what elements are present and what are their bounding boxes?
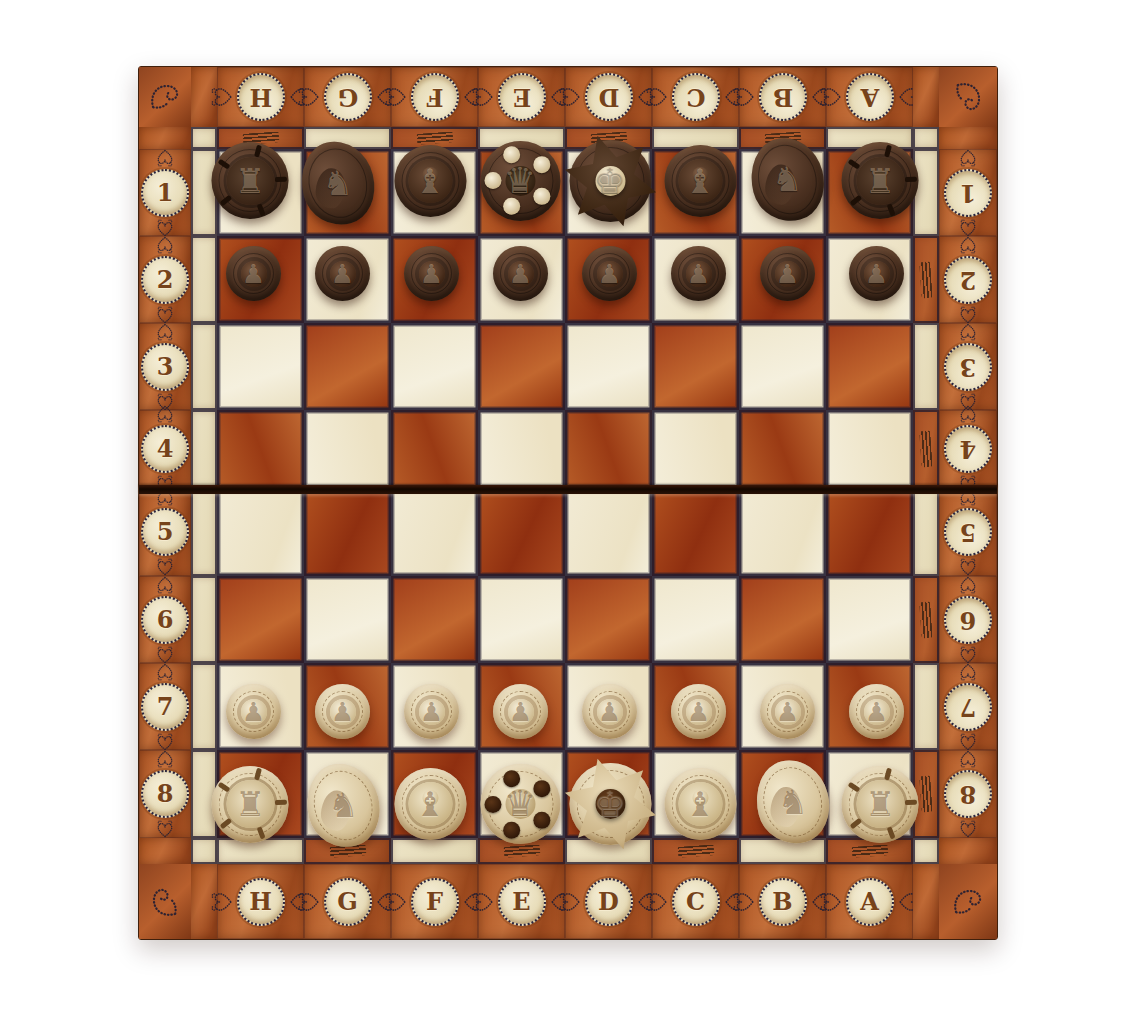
square-d7[interactable]: ♟ [565,663,652,750]
band-cell [191,127,217,149]
file-label-top-c-text: C [686,85,705,109]
square-d1[interactable]: ♚ [565,149,652,236]
file-label-cell-bottom-b: B [739,864,826,939]
piece-light-pawn-d7[interactable]: ♟ [582,684,637,739]
queen-crown-bead [533,780,550,797]
piece-light-pawn-h7[interactable]: ♟ [226,684,281,739]
piece-light-pawn-c7[interactable]: ♟ [671,684,726,739]
pawn-top [330,261,356,287]
file-label-bottom-c: C [672,878,720,926]
square-h3[interactable] [217,323,304,410]
heart-scroll-icon [958,403,978,423]
file-label-bottom-f: F [411,878,459,926]
rank-label-cell-right-4: 4 [939,410,997,488]
file-label-top-h-text: H [249,85,272,109]
bishop-ball [422,167,438,183]
pawn-top [775,261,801,287]
photo-background: HGFEDCBA1♜♞♝♛♚♝♞♜12♟♟♟♟♟♟♟♟2334455667♟♟♟… [0,0,1141,1024]
square-a5[interactable] [826,488,913,576]
king-crown-orb [595,166,625,196]
bishop-ball [692,167,708,183]
heart-scroll-icon [958,574,978,594]
bishop-ball [422,790,438,806]
square-h2[interactable]: ♟ [217,236,304,323]
square-c1[interactable]: ♝ [652,149,739,236]
file-label-top-b-text: B [772,85,792,109]
rank-label-left-7-text: 7 [157,695,174,719]
burn-mark [677,844,714,857]
square-h5[interactable] [217,488,304,576]
file-label-top-a: A [846,73,894,121]
file-label-top-c: C [672,73,720,121]
rook-notch [887,203,896,216]
heart-scroll-icon [951,885,985,919]
file-label-bottom-g: G [324,878,372,926]
rank-label-cell-right-1: 1 [939,149,997,236]
rank-label-cell-left-2: 2 [139,236,191,323]
square-c6[interactable] [652,576,739,663]
band-cell [191,236,217,323]
file-label-top-g-text: G [337,85,358,109]
rank-label-right-5-text: 5 [960,520,977,544]
rank-label-right-4-text: 4 [960,437,977,461]
square-f4[interactable] [391,410,478,488]
square-h6[interactable] [217,576,304,663]
band-cell [191,488,217,576]
heart-scroll-icon [472,890,496,914]
pawn-top [241,699,267,725]
square-h4[interactable] [217,410,304,488]
square-f3[interactable] [391,323,478,410]
file-label-bottom-c-text: C [686,890,705,914]
band-cell [391,838,478,864]
band-cell [191,323,217,410]
square-c7[interactable]: ♟ [652,663,739,750]
rook-notch [850,818,862,829]
file-label-top-d-text: D [598,85,619,109]
square-f8[interactable]: ♝ [391,750,478,838]
queen-crown-bead [533,188,550,205]
queen-crown-bead [485,796,502,813]
file-label-top-a-text: A [860,85,879,109]
square-f7[interactable]: ♟ [391,663,478,750]
file-label-bottom-h: H [237,878,285,926]
file-label-cell-bottom-a: A [826,864,913,939]
piece-light-pawn-a7[interactable]: ♟ [849,684,904,739]
rook-top [226,780,274,828]
file-label-bottom-h-text: H [249,890,272,914]
square-f6[interactable] [391,576,478,663]
square-b6[interactable] [739,576,826,663]
rank-label-cell-left-5: 5 [139,488,191,576]
pawn-top [864,699,890,725]
rank-label-right-6: 6 [944,596,992,644]
corner-ornament-top-right [939,67,997,127]
rook-notch [257,826,266,839]
band-cell [652,838,739,864]
board-grid: HGFEDCBA1♜♞♝♛♚♝♞♜12♟♟♟♟♟♟♟♟2334455667♟♟♟… [139,67,997,939]
piece-dark-pawn-f2[interactable]: ♟ [404,246,459,301]
piece-light-queen-e8[interactable]: ♛ [480,764,560,844]
burn-mark [851,844,888,857]
file-label-cell-top-h: H [217,67,304,127]
square-d4[interactable] [565,410,652,488]
rank-label-right-7-text: 7 [960,695,977,719]
heart-scroll-icon [733,85,757,109]
square-e4[interactable] [478,410,565,488]
queen-crown-bead [485,172,502,189]
file-label-bottom-a: A [846,878,894,926]
rank-label-right-5: 5 [944,508,992,556]
piece-dark-knight-g1[interactable]: ♞ [292,133,382,232]
rank-label-right-2: 2 [944,256,992,304]
rook-notch [220,818,232,829]
rank-label-right-8-text: 8 [960,782,977,806]
rank-label-cell-left-3: 3 [139,323,191,410]
knight-mane [769,786,801,828]
rook-notch [275,800,287,806]
square-d2[interactable]: ♟ [565,236,652,323]
square-g4[interactable] [304,410,391,488]
burn-mark [919,261,932,298]
heart-scroll-icon [155,661,175,681]
corner-ornament-top-left [139,67,191,127]
square-e7[interactable]: ♟ [478,663,565,750]
square-b8[interactable]: ♞ [739,750,826,838]
rank-label-left-5-text: 5 [157,520,174,544]
square-a7[interactable]: ♟ [826,663,913,750]
rank-label-right-8: 8 [944,770,992,818]
rank-label-left-7: 7 [141,683,189,731]
square-c5[interactable] [652,488,739,576]
heart-scroll-icon [646,85,670,109]
file-label-bottom-e: E [498,878,546,926]
piece-light-rook-a8[interactable]: ♜ [842,766,919,843]
square-f1[interactable]: ♝ [391,149,478,236]
rank-label-cell-left-6: 6 [139,576,191,663]
heart-scroll-icon [211,890,235,914]
piece-light-bishop-f8[interactable]: ♝ [394,768,466,840]
heart-scroll-icon [155,147,175,167]
square-e8[interactable]: ♛ [478,750,565,838]
rank-label-left-6: 6 [141,596,189,644]
rank-label-right-1-text: 1 [960,181,977,205]
file-label-top-g: G [324,73,372,121]
piece-light-rook-h8[interactable]: ♜ [212,766,289,843]
heart-scroll-icon [559,85,583,109]
band-cell [191,576,217,663]
file-label-top-f-text: F [426,85,443,109]
piece-dark-bishop-f1[interactable]: ♝ [394,145,466,217]
frame-filler [939,838,997,864]
rook-notch [257,203,266,216]
queen-crown-bead [503,770,520,787]
burn-mark [919,431,932,468]
file-label-top-e-text: E [512,85,530,109]
file-label-cell-top-a: A [826,67,913,127]
square-c3[interactable] [652,323,739,410]
square-a2[interactable]: ♟ [826,236,913,323]
file-label-top-b: B [759,73,807,121]
file-label-bottom-e-text: E [512,890,530,914]
rank-label-left-3: 3 [141,343,189,391]
band-cell [913,236,939,323]
knight-mane [314,167,346,209]
rook-notch [254,144,262,157]
square-a1[interactable]: ♜ [826,149,913,236]
rank-label-right-7: 7 [944,683,992,731]
rank-label-left-1-text: 1 [157,181,174,205]
rank-label-left-5: 5 [141,508,189,556]
fold-seam [139,485,997,494]
piece-light-knight-b8[interactable]: ♞ [747,752,837,851]
band-cell [913,410,939,488]
band-cell [913,663,939,750]
rank-label-left-4: 4 [141,425,189,473]
pawn-top [241,261,267,287]
heart-scroll-icon [646,890,670,914]
square-d5[interactable] [565,488,652,576]
square-e3[interactable] [478,323,565,410]
square-e6[interactable] [478,576,565,663]
rook-notch [848,158,861,169]
square-b1[interactable]: ♞ [739,149,826,236]
rank-label-cell-right-2: 2 [939,236,997,323]
rook-notch [275,176,287,182]
heart-scroll-icon [298,890,322,914]
pawn-top [686,261,712,287]
piece-light-pawn-f7[interactable]: ♟ [404,684,459,739]
rank-label-right-2-text: 2 [960,268,977,292]
file-label-bottom-f-text: F [426,890,443,914]
square-c2[interactable]: ♟ [652,236,739,323]
file-label-cell-top-f: F [391,67,478,127]
heart-scroll-icon [472,85,496,109]
piece-light-king-d8[interactable]: ♚ [569,763,651,845]
rook-notch [905,800,917,806]
rank-label-cell-right-7: 7 [939,663,997,750]
square-e5[interactable] [478,488,565,576]
square-c4[interactable] [652,410,739,488]
square-h8[interactable]: ♜ [217,750,304,838]
square-c8[interactable]: ♝ [652,750,739,838]
heart-scroll-icon [385,890,409,914]
frame-filler [139,127,191,149]
file-label-cell-bottom-c: C [652,864,739,939]
band-cell [739,838,826,864]
piece-light-pawn-e7[interactable]: ♟ [493,684,548,739]
square-g1[interactable]: ♞ [304,149,391,236]
rook-top [856,780,904,828]
heart-scroll-icon [820,890,844,914]
heart-scroll-icon [148,80,182,114]
rank-label-right-3-text: 3 [960,355,977,379]
band-cell [826,838,913,864]
heart-scroll-icon [155,321,175,341]
heart-scroll-icon [559,890,583,914]
corner-ornament-bottom-right [939,864,997,939]
file-label-cell-bottom-e: E [478,864,565,939]
square-e2[interactable]: ♟ [478,236,565,323]
pawn-top [864,261,890,287]
file-label-top-d: D [585,73,633,121]
heart-scroll-icon [155,748,175,768]
band-cell [191,410,217,488]
square-b7[interactable]: ♟ [739,663,826,750]
square-g2[interactable]: ♟ [304,236,391,323]
rank-label-cell-right-3: 3 [939,323,997,410]
band-cell [217,838,304,864]
square-e1[interactable]: ♛ [478,149,565,236]
pawn-top [597,261,623,287]
frame-filler [939,127,997,149]
pawn-top [419,261,445,287]
band-cell [913,149,939,236]
rank-label-left-8: 8 [141,770,189,818]
piece-dark-pawn-c2[interactable]: ♟ [671,246,726,301]
rook-notch [848,782,861,793]
burn-mark [919,776,932,813]
pawn-top [686,699,712,725]
rank-label-left-6-text: 6 [157,608,174,632]
rank-label-right-6-text: 6 [960,608,977,632]
heart-scroll-icon [298,85,322,109]
piece-dark-pawn-b2[interactable]: ♟ [760,246,815,301]
square-f2[interactable]: ♟ [391,236,478,323]
piece-dark-king-d1[interactable]: ♚ [569,140,651,222]
piece-dark-rook-a1[interactable]: ♜ [842,142,919,219]
rank-label-right-3: 3 [944,343,992,391]
square-b5[interactable] [739,488,826,576]
piece-dark-pawn-d2[interactable]: ♟ [582,246,637,301]
piece-light-pawn-g7[interactable]: ♟ [315,684,370,739]
square-g5[interactable] [304,488,391,576]
rank-label-right-1: 1 [944,169,992,217]
file-label-bottom-b-text: B [772,890,792,914]
corner-ornament-bottom-left [139,864,191,939]
pawn-top [508,261,534,287]
piece-dark-bishop-c1[interactable]: ♝ [664,145,736,217]
pawn-top [775,699,801,725]
heart-scroll-icon [958,748,978,768]
chess-board: HGFEDCBA1♜♞♝♛♚♝♞♜12♟♟♟♟♟♟♟♟2334455667♟♟♟… [138,66,998,940]
square-h7[interactable]: ♟ [217,663,304,750]
rank-label-left-3-text: 3 [157,355,174,379]
piece-light-pawn-b7[interactable]: ♟ [760,684,815,739]
heart-scroll-icon [958,147,978,167]
heart-scroll-icon [951,80,985,114]
queen-crown-bead [503,198,520,215]
pawn-top [597,699,623,725]
rank-label-left-2: 2 [141,256,189,304]
square-g3[interactable] [304,323,391,410]
piece-dark-pawn-h2[interactable]: ♟ [226,246,281,301]
frame-filler [913,864,939,939]
square-b2[interactable]: ♟ [739,236,826,323]
file-label-bottom-g-text: G [337,890,358,914]
square-b3[interactable] [739,323,826,410]
piece-dark-queen-e1[interactable]: ♛ [480,141,560,221]
heart-scroll-icon [958,661,978,681]
bishop-ball [692,790,708,806]
square-b4[interactable] [739,410,826,488]
queen-crown-bead [503,821,520,838]
rook-notch [218,158,231,169]
square-a4[interactable] [826,410,913,488]
square-d6[interactable] [565,576,652,663]
rank-label-cell-left-4: 4 [139,410,191,488]
square-g7[interactable]: ♟ [304,663,391,750]
heart-scroll-icon [958,234,978,254]
burn-mark [416,131,453,144]
square-f5[interactable] [391,488,478,576]
heart-scroll-icon [155,574,175,594]
square-a3[interactable] [826,323,913,410]
square-g8[interactable]: ♞ [304,750,391,838]
heart-scroll-icon [155,403,175,423]
square-a6[interactable] [826,576,913,663]
heart-scroll-icon [820,85,844,109]
band-cell [913,838,939,864]
band-cell [913,323,939,410]
rook-notch [850,194,862,205]
rank-label-cell-right-6: 6 [939,576,997,663]
file-label-bottom-b: B [759,878,807,926]
band-cell [191,663,217,750]
heart-scroll-icon [385,85,409,109]
rook-top [856,157,904,205]
burn-mark [503,844,540,857]
rook-notch [887,826,896,839]
file-label-cell-top-b: B [739,67,826,127]
heart-scroll-icon [211,85,235,109]
file-label-cell-top-d: D [565,67,652,127]
rook-notch [218,782,231,793]
file-label-cell-top-g: G [304,67,391,127]
piece-dark-pawn-a2[interactable]: ♟ [849,246,904,301]
square-g6[interactable] [304,576,391,663]
piece-dark-rook-h1[interactable]: ♜ [212,142,289,219]
piece-dark-pawn-g2[interactable]: ♟ [315,246,370,301]
piece-light-bishop-c8[interactable]: ♝ [664,768,736,840]
file-label-top-f: F [411,73,459,121]
rank-label-left-8-text: 8 [157,782,174,806]
file-label-cell-bottom-d: D [565,864,652,939]
rank-label-left-1: 1 [141,169,189,217]
heart-scroll-icon [148,885,182,919]
piece-dark-pawn-e2[interactable]: ♟ [493,246,548,301]
square-d3[interactable] [565,323,652,410]
queen-crown-bead [533,156,550,173]
rook-notch [254,768,262,781]
rook-top [226,157,274,205]
band-cell [913,576,939,663]
rook-notch [884,144,892,157]
rank-label-left-2-text: 2 [157,268,174,292]
burn-mark [919,601,932,638]
knight-mane [319,790,351,832]
heart-scroll-icon [958,820,978,840]
file-label-cell-top-e: E [478,67,565,127]
pawn-top [419,699,445,725]
square-a8[interactable]: ♜ [826,750,913,838]
square-h1[interactable]: ♜ [217,149,304,236]
heart-scroll-icon [155,234,175,254]
file-label-bottom-a-text: A [860,890,879,914]
band-cell [913,127,939,149]
square-d8[interactable]: ♚ [565,750,652,838]
frame-filler [139,838,191,864]
